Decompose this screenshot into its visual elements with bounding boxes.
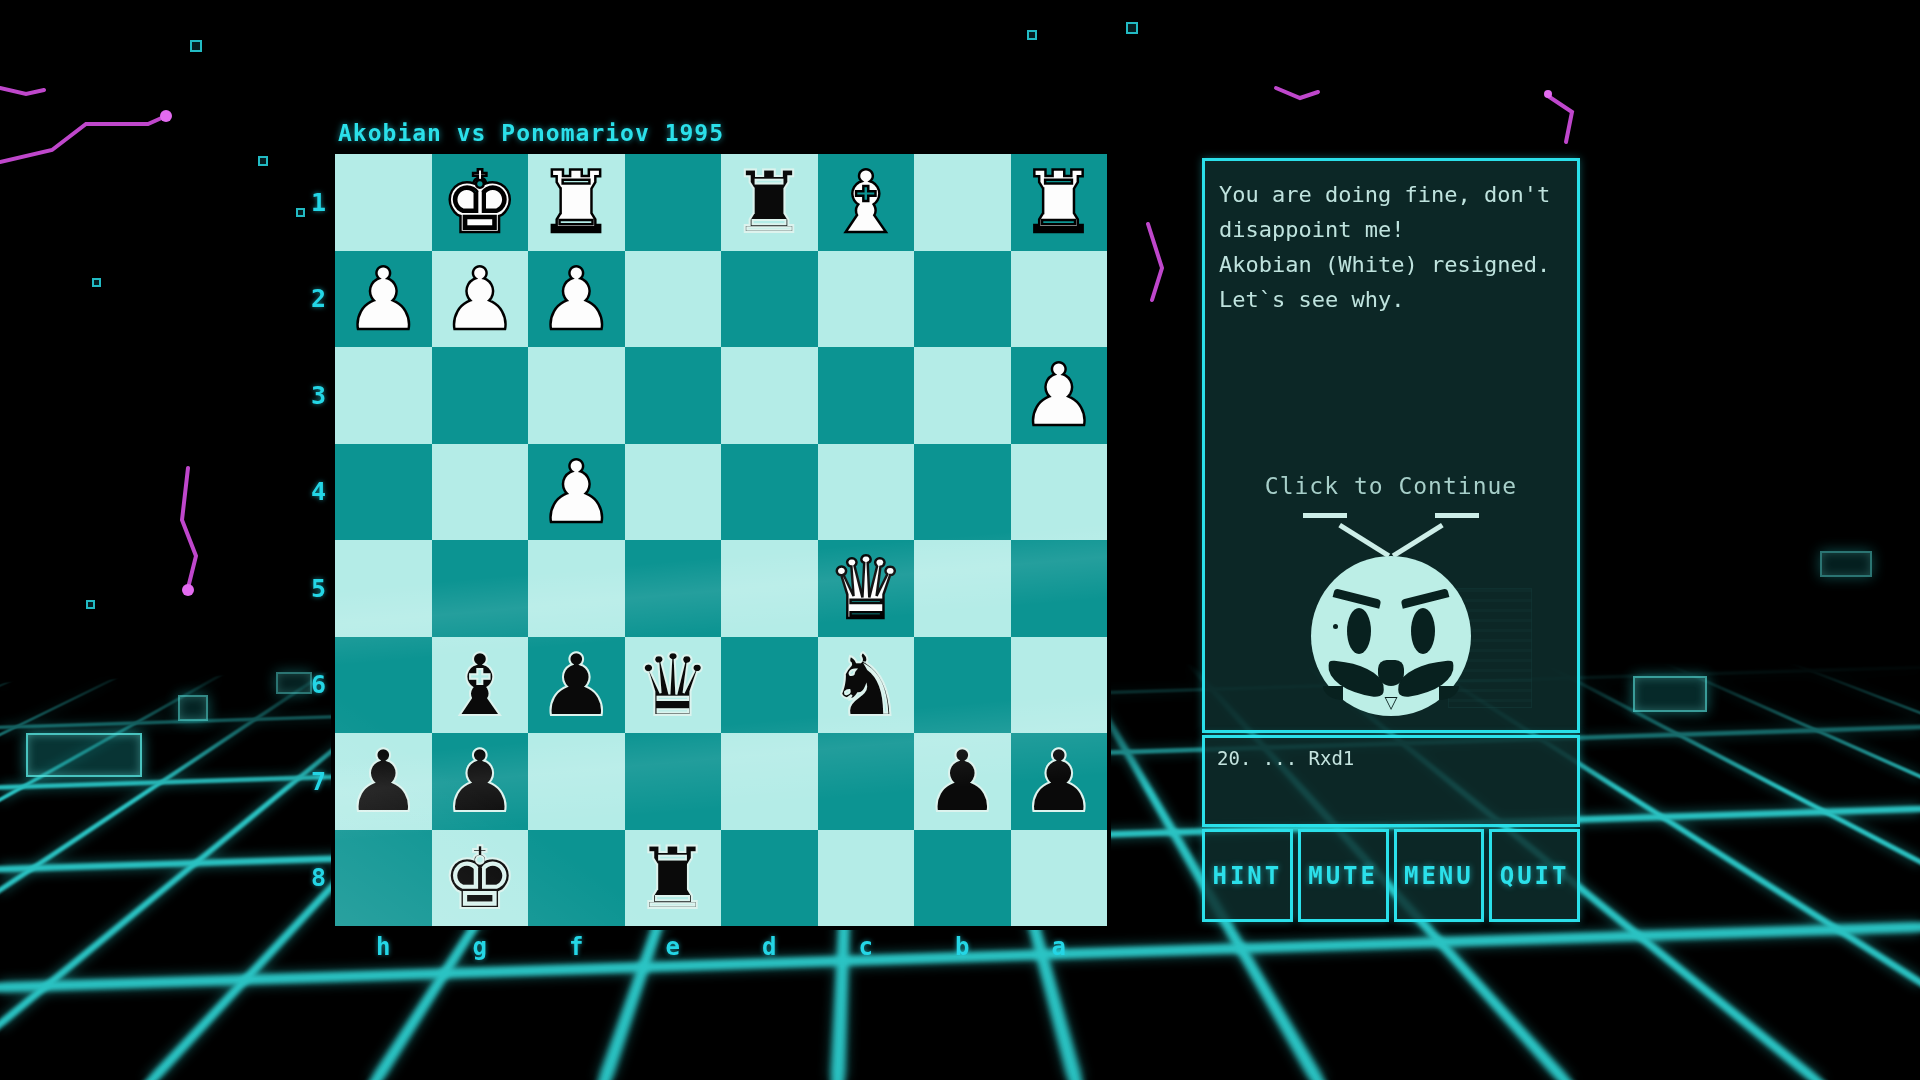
piece-white-pawn-g2[interactable]: ♟ (441, 251, 518, 347)
square-a5[interactable] (1011, 540, 1108, 637)
particle-square (190, 40, 202, 52)
last-move-text: 20. ... Rxd1 (1205, 738, 1577, 778)
square-e7[interactable] (625, 733, 722, 830)
side-panel: You are doing fine, don't disappoint me!… (1202, 158, 1580, 922)
button-row: HINT MUTE MENU QUIT (1202, 829, 1580, 922)
file-label-a: a (1011, 932, 1108, 962)
square-e6[interactable]: ♛ (625, 637, 722, 734)
square-g4[interactable] (432, 444, 529, 541)
glow-decoration (26, 733, 142, 777)
square-h3[interactable] (335, 347, 432, 444)
piece-black-king-g8[interactable]: ♚ (441, 830, 518, 926)
particle-square (86, 600, 95, 609)
square-a7[interactable]: ♟ (1011, 733, 1108, 830)
square-d3[interactable] (721, 347, 818, 444)
square-c7[interactable] (818, 733, 915, 830)
square-g1[interactable]: ♚ (432, 154, 529, 251)
file-label-h: h (335, 932, 432, 962)
square-c4[interactable] (818, 444, 915, 541)
square-b1[interactable] (914, 154, 1011, 251)
file-labels: hgfedcba (335, 932, 1107, 962)
piece-black-rook-d1[interactable]: ♜ (731, 154, 808, 250)
square-h7[interactable]: ♟ (335, 733, 432, 830)
rank-label-6: 6 (288, 637, 326, 734)
piece-white-rook-a1[interactable]: ♜ (1020, 154, 1097, 250)
square-g2[interactable]: ♟ (432, 251, 529, 348)
chess-board[interactable]: ♚♜♜♝♜♟♟♟♟♟♛♝♟♛♞♟♟♟♟♚♜ (335, 154, 1107, 926)
square-h2[interactable]: ♟ (335, 251, 432, 348)
piece-black-pawn-b7[interactable]: ♟ (924, 733, 1001, 829)
rank-label-2: 2 (288, 251, 326, 348)
piece-white-king-g1[interactable]: ♚ (441, 154, 518, 250)
click-to-continue-label: Click to Continue (1205, 473, 1577, 499)
square-b8[interactable] (914, 830, 1011, 927)
glow-decoration (1633, 676, 1707, 712)
piece-white-pawn-a3[interactable]: ♟ (1020, 347, 1097, 443)
piece-black-pawn-f6[interactable]: ♟ (538, 637, 615, 733)
square-e4[interactable] (625, 444, 722, 541)
square-e5[interactable] (625, 540, 722, 637)
square-d4[interactable] (721, 444, 818, 541)
square-f4[interactable]: ♟ (528, 444, 625, 541)
square-a2[interactable] (1011, 251, 1108, 348)
rank-label-1: 1 (288, 154, 326, 251)
mute-button[interactable]: MUTE (1298, 829, 1389, 922)
square-f1[interactable]: ♜ (528, 154, 625, 251)
square-d5[interactable] (721, 540, 818, 637)
square-c2[interactable] (818, 251, 915, 348)
square-h4[interactable] (335, 444, 432, 541)
piece-black-knight-c6[interactable]: ♞ (827, 637, 904, 733)
square-a6[interactable] (1011, 637, 1108, 734)
square-f7[interactable] (528, 733, 625, 830)
piece-white-pawn-f4[interactable]: ♟ (538, 444, 615, 540)
square-e3[interactable] (625, 347, 722, 444)
square-h6[interactable] (335, 637, 432, 734)
message-line: disappoint me! (1219, 217, 1404, 242)
square-d2[interactable] (721, 251, 818, 348)
mentor-face-icon: ▽ (1311, 556, 1471, 716)
move-list-panel: 20. ... Rxd1 (1202, 735, 1580, 827)
piece-white-pawn-h2[interactable]: ♟ (345, 251, 422, 347)
piece-white-pawn-f2[interactable]: ♟ (538, 251, 615, 347)
message-line: Akobian (White) resigned. (1219, 252, 1550, 277)
file-label-g: g (432, 932, 529, 962)
piece-white-rook-f1[interactable]: ♜ (538, 154, 615, 250)
square-h1[interactable] (335, 154, 432, 251)
particle-square (258, 156, 268, 166)
square-e8[interactable]: ♜ (625, 830, 722, 927)
square-f5[interactable] (528, 540, 625, 637)
piece-black-rook-e8[interactable]: ♜ (634, 830, 711, 926)
file-label-e: e (625, 932, 722, 962)
piece-black-bishop-g6[interactable]: ♝ (441, 637, 518, 733)
square-b3[interactable] (914, 347, 1011, 444)
square-f8[interactable] (528, 830, 625, 927)
dialog-panel[interactable]: You are doing fine, don't disappoint me!… (1202, 158, 1580, 733)
square-c8[interactable] (818, 830, 915, 927)
glow-decoration (178, 695, 208, 721)
rank-labels: 12345678 (288, 154, 326, 926)
square-e2[interactable] (625, 251, 722, 348)
message-line: Let`s see why. (1219, 287, 1404, 312)
square-h5[interactable] (335, 540, 432, 637)
square-d1[interactable]: ♜ (721, 154, 818, 251)
square-g6[interactable]: ♝ (432, 637, 529, 734)
rank-label-4: 4 (288, 444, 326, 541)
square-c3[interactable] (818, 347, 915, 444)
particle-square (92, 278, 101, 287)
piece-black-queen-e6[interactable]: ♛ (634, 637, 711, 733)
square-b6[interactable] (914, 637, 1011, 734)
square-c5[interactable]: ♛ (818, 540, 915, 637)
square-a3[interactable]: ♟ (1011, 347, 1108, 444)
rank-label-5: 5 (288, 540, 326, 637)
square-g7[interactable]: ♟ (432, 733, 529, 830)
file-label-c: c (818, 932, 915, 962)
piece-white-queen-c5[interactable]: ♛ (827, 540, 904, 636)
square-g3[interactable] (432, 347, 529, 444)
rank-label-8: 8 (288, 830, 326, 927)
square-b4[interactable] (914, 444, 1011, 541)
game-title: Akobian vs Ponomariov 1995 (338, 120, 724, 146)
file-label-b: b (914, 932, 1011, 962)
glow-decoration (1820, 551, 1872, 577)
piece-white-bishop-c1[interactable]: ♝ (827, 154, 904, 250)
square-h8[interactable] (335, 830, 432, 927)
square-b5[interactable] (914, 540, 1011, 637)
square-d8[interactable] (721, 830, 818, 927)
square-c1[interactable]: ♝ (818, 154, 915, 251)
square-b7[interactable]: ♟ (914, 733, 1011, 830)
piece-black-pawn-h7[interactable]: ♟ (345, 733, 422, 829)
square-d6[interactable] (721, 637, 818, 734)
particle-square (1027, 30, 1037, 40)
square-f6[interactable]: ♟ (528, 637, 625, 734)
square-g8[interactable]: ♚ (432, 830, 529, 927)
square-f2[interactable]: ♟ (528, 251, 625, 348)
continue-chevron-icon (1303, 513, 1479, 549)
particle-square (1126, 22, 1138, 34)
rank-label-3: 3 (288, 347, 326, 444)
square-a4[interactable] (1011, 444, 1108, 541)
rank-label-7: 7 (288, 733, 326, 830)
hint-button[interactable]: HINT (1202, 829, 1293, 922)
mentor-message: You are doing fine, don't disappoint me!… (1205, 161, 1577, 333)
square-b2[interactable] (914, 251, 1011, 348)
square-a8[interactable] (1011, 830, 1108, 927)
message-line: You are doing fine, don't (1219, 182, 1550, 207)
square-a1[interactable]: ♜ (1011, 154, 1108, 251)
square-g5[interactable] (432, 540, 529, 637)
file-label-d: d (721, 932, 818, 962)
piece-black-pawn-g7[interactable]: ♟ (441, 733, 518, 829)
square-e1[interactable] (625, 154, 722, 251)
menu-button[interactable]: MENU (1394, 829, 1485, 922)
square-f3[interactable] (528, 347, 625, 444)
quit-button[interactable]: QUIT (1489, 829, 1580, 922)
square-d7[interactable] (721, 733, 818, 830)
square-c6[interactable]: ♞ (818, 637, 915, 734)
file-label-f: f (528, 932, 625, 962)
piece-black-pawn-a7[interactable]: ♟ (1020, 733, 1097, 829)
